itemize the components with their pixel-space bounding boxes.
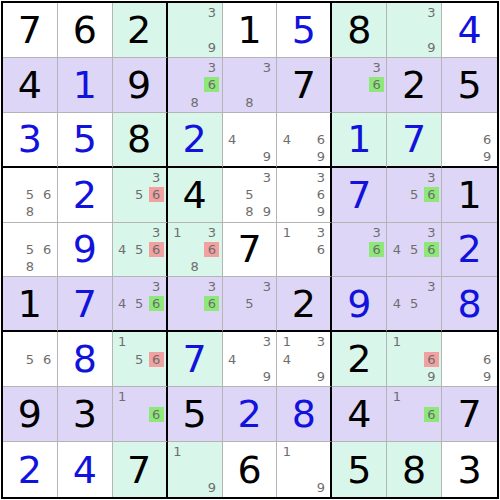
- cell-r8c1[interactable]: 9: [3, 387, 58, 442]
- solved-digit: 1: [58, 58, 112, 112]
- cell-r4c3[interactable]: 356: [113, 168, 168, 223]
- candidate-5: 5: [22, 187, 37, 202]
- cell-r2c9[interactable]: 5: [442, 58, 497, 113]
- cell-r1c4[interactable]: 39: [168, 3, 223, 58]
- candidate-6: 6: [480, 132, 495, 147]
- solved-digit: 7: [168, 332, 222, 386]
- cell-r1c1[interactable]: 7: [3, 3, 58, 58]
- candidate-9: 9: [313, 369, 328, 384]
- solved-digit: 3: [3, 113, 57, 166]
- candidate-1: 1: [389, 389, 404, 404]
- cell-r8c6[interactable]: 8: [277, 387, 332, 442]
- candidate-6-green-mark: 6: [424, 242, 439, 257]
- candidate-4: 4: [279, 132, 294, 147]
- candidate-grid: 3589: [224, 169, 276, 221]
- solved-digit: 9: [58, 223, 112, 277]
- sudoku-board: 7623915839441936838736253582494691769568…: [1, 1, 499, 499]
- cell-r2c5[interactable]: 38: [223, 58, 278, 113]
- cell-r5c3[interactable]: 3456: [113, 223, 168, 278]
- candidate-3: 3: [369, 225, 384, 240]
- given-digit: 9: [3, 387, 57, 441]
- given-digit: 1: [223, 3, 277, 57]
- candidate-9: 9: [424, 369, 439, 384]
- solved-digit: 2: [58, 168, 112, 222]
- cell-r9c1[interactable]: 2: [3, 442, 58, 497]
- cell-r5c8[interactable]: 3456: [387, 223, 442, 278]
- cell-r6c3[interactable]: 3456: [113, 277, 168, 332]
- given-digit: 7: [442, 387, 497, 441]
- given-digit: 1: [442, 168, 497, 222]
- candidate-3: 3: [149, 170, 164, 185]
- candidate-9: 9: [259, 369, 274, 384]
- cell-r3c2[interactable]: 5: [58, 113, 113, 168]
- candidate-6: 6: [313, 187, 328, 202]
- candidate-5: 5: [132, 242, 147, 257]
- candidate-3: 3: [259, 334, 274, 349]
- cell-r4c6[interactable]: 369: [277, 168, 332, 223]
- cell-r8c5[interactable]: 2: [223, 387, 278, 442]
- candidate-grid: 169: [388, 333, 440, 385]
- candidate-9: 9: [313, 480, 328, 495]
- candidate-6-red-mark: 6: [149, 242, 164, 257]
- solved-digit: 7: [387, 113, 441, 166]
- candidate-3: 3: [259, 170, 274, 185]
- cell-r1c5[interactable]: 1: [223, 3, 278, 58]
- solved-digit: 8: [58, 332, 112, 386]
- given-digit: 4: [332, 387, 386, 441]
- candidate-grid: 36: [169, 278, 221, 329]
- given-digit: 7: [277, 58, 330, 112]
- candidate-4: 4: [225, 352, 240, 367]
- candidate-grid: 35: [224, 278, 276, 329]
- cell-r4c9[interactable]: 1: [442, 168, 497, 223]
- candidate-grid: 469: [278, 114, 329, 165]
- candidate-8: 8: [187, 95, 202, 110]
- candidate-6-green-mark: 6: [204, 77, 219, 92]
- candidate-3: 3: [259, 279, 274, 294]
- candidate-6: 6: [40, 187, 55, 202]
- solved-digit: 8: [442, 277, 497, 330]
- candidate-8: 8: [22, 204, 37, 219]
- candidate-3: 3: [149, 225, 164, 240]
- solved-digit: 9: [332, 277, 386, 330]
- cell-r4c4[interactable]: 4: [168, 168, 223, 223]
- candidate-1: 1: [115, 389, 130, 404]
- candidate-grid: 56: [4, 333, 56, 385]
- cell-r5c4[interactable]: 1368: [168, 223, 223, 278]
- cell-r9c4[interactable]: 19: [168, 442, 223, 497]
- candidate-grid: 39: [388, 4, 440, 56]
- candidate-6: 6: [313, 132, 328, 147]
- candidate-3: 3: [424, 279, 439, 294]
- given-digit: 9: [113, 58, 166, 112]
- cell-r3c3[interactable]: 8: [113, 113, 168, 168]
- candidate-1: 1: [279, 225, 294, 240]
- candidate-6: 6: [40, 352, 55, 367]
- cell-r8c4[interactable]: 5: [168, 387, 223, 442]
- candidate-9: 9: [259, 204, 274, 219]
- solved-digit: 2: [3, 442, 57, 497]
- candidate-grid: 39: [169, 4, 221, 56]
- candidate-3: 3: [424, 225, 439, 240]
- candidate-6-green-mark: 6: [149, 296, 164, 311]
- given-digit: 7: [223, 223, 277, 277]
- candidate-6-red-mark: 6: [204, 242, 219, 257]
- candidate-grid: 19: [169, 443, 221, 496]
- cell-r9c3[interactable]: 7: [113, 442, 168, 497]
- cell-r2c2[interactable]: 1: [58, 58, 113, 113]
- cell-r5c6[interactable]: 136: [277, 223, 332, 278]
- cell-r9c5[interactable]: 6: [223, 442, 278, 497]
- solved-digit: 2: [168, 113, 222, 166]
- candidate-5: 5: [407, 187, 422, 202]
- cell-r3c1[interactable]: 3: [3, 113, 58, 168]
- candidate-9: 9: [313, 204, 328, 219]
- candidate-grid: 3456: [114, 278, 165, 329]
- given-digit: 5: [168, 387, 222, 441]
- cell-r4c2[interactable]: 2: [58, 168, 113, 223]
- cell-r1c8[interactable]: 39: [387, 3, 442, 58]
- candidate-grid: 38: [224, 59, 276, 111]
- cell-r1c3[interactable]: 2: [113, 3, 168, 58]
- candidate-6-green-mark: 6: [369, 77, 384, 92]
- candidate-9: 9: [480, 369, 495, 384]
- candidate-grid: 156: [114, 333, 165, 385]
- cell-r7c2[interactable]: 8: [58, 332, 113, 387]
- candidate-9: 9: [259, 149, 274, 164]
- candidate-grid: 69: [443, 114, 496, 165]
- cell-r9c6[interactable]: 19: [277, 442, 332, 497]
- candidate-grid: 369: [278, 169, 329, 221]
- given-digit: 3: [58, 387, 112, 441]
- cell-r8c8[interactable]: 16: [387, 387, 442, 442]
- cell-r7c9[interactable]: 69: [442, 332, 497, 387]
- given-digit: 6: [58, 3, 112, 57]
- solved-digit: 4: [58, 442, 112, 497]
- cell-r8c3[interactable]: 16: [113, 387, 168, 442]
- candidate-8: 8: [22, 259, 37, 274]
- candidate-grid: 1349: [278, 333, 329, 385]
- solved-digit: 5: [277, 3, 330, 57]
- candidate-1: 1: [115, 334, 130, 349]
- candidate-8: 8: [242, 95, 257, 110]
- candidate-8: 8: [242, 204, 257, 219]
- candidate-5: 5: [132, 352, 147, 367]
- given-digit: 4: [168, 168, 222, 222]
- cell-r2c6[interactable]: 7: [277, 58, 332, 113]
- candidate-9: 9: [313, 149, 328, 164]
- given-digit: 2: [113, 3, 166, 57]
- candidate-9: 9: [204, 480, 219, 495]
- cell-r1c2[interactable]: 6: [58, 3, 113, 58]
- cell-r6c2[interactable]: 7: [58, 277, 113, 332]
- candidate-4: 4: [115, 242, 130, 257]
- solved-digit: 5: [58, 113, 112, 166]
- candidate-3: 3: [259, 60, 274, 75]
- candidate-grid: 568: [4, 224, 56, 276]
- cell-r2c1[interactable]: 4: [3, 58, 58, 113]
- cell-r7c6[interactable]: 1349: [277, 332, 332, 387]
- candidate-6-green-mark: 6: [149, 407, 164, 422]
- candidate-3: 3: [204, 60, 219, 75]
- candidate-4: 4: [389, 296, 404, 311]
- candidate-3: 3: [313, 334, 328, 349]
- candidate-grid: 356: [114, 169, 165, 221]
- cell-r3c9[interactable]: 69: [442, 113, 497, 168]
- candidate-6-green-mark: 6: [424, 407, 439, 422]
- given-digit: 6: [223, 442, 277, 497]
- candidate-1: 1: [279, 334, 294, 349]
- candidate-5: 5: [132, 296, 147, 311]
- candidate-3: 3: [313, 170, 328, 185]
- given-digit: 8: [387, 442, 441, 497]
- given-digit: 7: [3, 3, 57, 57]
- candidate-grid: 49: [224, 114, 276, 165]
- candidate-3: 3: [204, 279, 219, 294]
- candidate-5: 5: [242, 296, 257, 311]
- candidate-grid: 36: [333, 59, 385, 111]
- candidate-6: 6: [480, 352, 495, 367]
- candidate-grid: 36: [333, 224, 385, 276]
- candidate-4: 4: [389, 242, 404, 257]
- cell-r9c8[interactable]: 8: [387, 442, 442, 497]
- candidate-grid: 356: [388, 169, 440, 221]
- cell-r7c4[interactable]: 7: [168, 332, 223, 387]
- candidate-grid: 69: [443, 333, 496, 385]
- candidate-grid: 3456: [388, 224, 440, 276]
- cell-r3c5[interactable]: 49: [223, 113, 278, 168]
- candidate-grid: 16: [114, 388, 165, 440]
- cell-r1c9[interactable]: 4: [442, 3, 497, 58]
- cell-r4c8[interactable]: 356: [387, 168, 442, 223]
- candidate-grid: 345: [388, 278, 440, 329]
- cell-r2c8[interactable]: 2: [387, 58, 442, 113]
- candidate-6-red-mark: 6: [149, 352, 164, 367]
- solved-digit: 2: [442, 223, 497, 277]
- cell-r2c3[interactable]: 9: [113, 58, 168, 113]
- given-digit: 2: [332, 332, 386, 386]
- given-digit: 7: [113, 442, 166, 497]
- solved-digit: 4: [442, 3, 497, 57]
- candidate-3: 3: [369, 60, 384, 75]
- cell-r9c2[interactable]: 4: [58, 442, 113, 497]
- cell-r5c5[interactable]: 7: [223, 223, 278, 278]
- candidate-5: 5: [22, 242, 37, 257]
- candidate-1: 1: [170, 444, 185, 459]
- sudoku-app: 7623915839441936838736253582494691769568…: [0, 0, 500, 500]
- candidate-grid: 136: [278, 224, 329, 276]
- candidate-6-red-mark: 6: [424, 352, 439, 367]
- cell-r7c3[interactable]: 156: [113, 332, 168, 387]
- candidate-3: 3: [149, 279, 164, 294]
- cell-r4c7[interactable]: 7: [332, 168, 387, 223]
- candidate-grid: 3456: [114, 224, 165, 276]
- candidate-5: 5: [22, 352, 37, 367]
- candidate-5: 5: [132, 187, 147, 202]
- cell-r3c6[interactable]: 469: [277, 113, 332, 168]
- given-digit: 5: [332, 442, 386, 497]
- candidate-3: 3: [424, 5, 439, 20]
- candidate-1: 1: [389, 334, 404, 349]
- cell-r8c2[interactable]: 3: [58, 387, 113, 442]
- cell-r9c7[interactable]: 5: [332, 442, 387, 497]
- cell-r3c4[interactable]: 2: [168, 113, 223, 168]
- given-digit: 8: [332, 3, 386, 57]
- cell-r5c2[interactable]: 9: [58, 223, 113, 278]
- cell-r3c7[interactable]: 1: [332, 113, 387, 168]
- solved-digit: 2: [223, 387, 277, 441]
- cell-r8c7[interactable]: 4: [332, 387, 387, 442]
- candidate-6-green-mark: 6: [204, 296, 219, 311]
- given-digit: 2: [387, 58, 441, 112]
- cell-r6c6[interactable]: 2: [277, 277, 332, 332]
- candidate-grid: 19: [278, 443, 329, 496]
- cell-r6c9[interactable]: 8: [442, 277, 497, 332]
- cell-r7c8[interactable]: 169: [387, 332, 442, 387]
- cell-r2c7[interactable]: 36: [332, 58, 387, 113]
- solved-digit: 7: [332, 168, 386, 222]
- given-digit: 4: [3, 58, 57, 112]
- cell-r6c7[interactable]: 9: [332, 277, 387, 332]
- cell-r6c8[interactable]: 345: [387, 277, 442, 332]
- cell-r9c9[interactable]: 3: [442, 442, 497, 497]
- given-digit: 3: [442, 442, 497, 497]
- solved-digit: 1: [332, 113, 386, 166]
- cell-r7c1[interactable]: 56: [3, 332, 58, 387]
- candidate-1: 1: [279, 444, 294, 459]
- cell-r1c7[interactable]: 8: [332, 3, 387, 58]
- cell-r1c6[interactable]: 5: [277, 3, 332, 58]
- candidate-6-red-mark: 6: [149, 187, 164, 202]
- cell-r5c9[interactable]: 2: [442, 223, 497, 278]
- candidate-3: 3: [204, 5, 219, 20]
- candidate-4: 4: [279, 352, 294, 367]
- candidate-5: 5: [407, 242, 422, 257]
- candidate-6-green-mark: 6: [424, 187, 439, 202]
- candidate-3: 3: [204, 225, 219, 240]
- cell-r5c1[interactable]: 568: [3, 223, 58, 278]
- candidate-9: 9: [424, 40, 439, 55]
- candidate-grid: 1368: [169, 224, 221, 276]
- candidate-5: 5: [242, 187, 257, 202]
- cell-r6c5[interactable]: 35: [223, 277, 278, 332]
- candidate-6: 6: [313, 242, 328, 257]
- solved-digit: 8: [277, 387, 330, 441]
- given-digit: 5: [442, 58, 497, 112]
- cell-r3c8[interactable]: 7: [387, 113, 442, 168]
- cell-r4c5[interactable]: 3589: [223, 168, 278, 223]
- candidate-8: 8: [187, 259, 202, 274]
- candidate-6: 6: [40, 242, 55, 257]
- candidate-9: 9: [480, 149, 495, 164]
- candidate-grid: 16: [388, 388, 440, 440]
- given-digit: 2: [277, 277, 330, 330]
- cell-r6c1[interactable]: 1: [3, 277, 58, 332]
- solved-digit: 7: [58, 277, 112, 330]
- cell-r6c4[interactable]: 36: [168, 277, 223, 332]
- cell-r7c5[interactable]: 349: [223, 332, 278, 387]
- candidate-4: 4: [225, 132, 240, 147]
- candidate-grid: 349: [224, 333, 276, 385]
- candidate-1: 1: [170, 225, 185, 240]
- cell-r8c9[interactable]: 7: [442, 387, 497, 442]
- candidate-3: 3: [424, 170, 439, 185]
- candidate-5: 5: [407, 296, 422, 311]
- cell-r2c4[interactable]: 368: [168, 58, 223, 113]
- candidate-grid: 368: [169, 59, 221, 111]
- candidate-4: 4: [115, 296, 130, 311]
- cell-r4c1[interactable]: 568: [3, 168, 58, 223]
- candidate-grid: 568: [4, 169, 56, 221]
- given-digit: 8: [113, 113, 166, 166]
- candidate-9: 9: [204, 40, 219, 55]
- cell-r7c7[interactable]: 2: [332, 332, 387, 387]
- candidate-6-green-mark: 6: [369, 242, 384, 257]
- given-digit: 1: [3, 277, 57, 330]
- cell-r5c7[interactable]: 36: [332, 223, 387, 278]
- candidate-3: 3: [313, 225, 328, 240]
